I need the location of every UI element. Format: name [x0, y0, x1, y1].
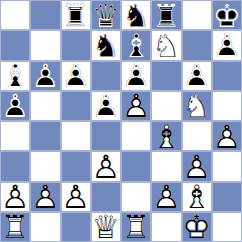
square-h5[interactable]: [212, 91, 242, 121]
piece-white-pawn[interactable]: ♟♙: [212, 121, 242, 151]
square-b5[interactable]: [30, 91, 60, 121]
square-a5[interactable]: ♟♙: [0, 91, 30, 121]
piece-white-bishop[interactable]: ♝♗: [151, 121, 181, 151]
square-c8[interactable]: ♜♖: [61, 0, 91, 30]
square-b8[interactable]: [30, 0, 60, 30]
piece-black-pawn[interactable]: ♟♙: [121, 61, 151, 91]
square-f5[interactable]: [151, 91, 181, 121]
square-b6[interactable]: ♟♙: [30, 61, 60, 91]
piece-outline: ♙: [182, 151, 212, 181]
square-a7[interactable]: [0, 30, 30, 60]
square-e1[interactable]: ♜♖: [121, 212, 151, 242]
square-c4[interactable]: [61, 121, 91, 151]
square-g6[interactable]: ♟♙: [182, 61, 212, 91]
piece-outline: ♙: [212, 30, 242, 60]
square-a8[interactable]: [0, 0, 30, 30]
piece-black-knight[interactable]: ♞♘: [121, 0, 151, 30]
square-f4[interactable]: ♝♗: [151, 121, 181, 151]
piece-outline: ♖: [121, 212, 151, 242]
square-a3[interactable]: [0, 151, 30, 181]
piece-white-pawn[interactable]: ♟♙: [91, 151, 121, 181]
piece-outline: ♙: [0, 91, 30, 121]
piece-white-pawn[interactable]: ♟♙: [61, 182, 91, 212]
piece-outline: ♙: [151, 182, 181, 212]
square-f8[interactable]: ♜♖: [151, 0, 181, 30]
square-g7[interactable]: [182, 30, 212, 60]
square-e2[interactable]: [121, 182, 151, 212]
piece-outline: ♔: [182, 212, 212, 242]
piece-white-knight[interactable]: ♞♘: [151, 30, 181, 60]
square-e8[interactable]: ♞♘: [121, 0, 151, 30]
square-c3[interactable]: [61, 151, 91, 181]
piece-black-pawn[interactable]: ♟♙: [61, 61, 91, 91]
piece-outline: ♕: [91, 212, 121, 242]
square-h4[interactable]: ♟♙: [212, 121, 242, 151]
piece-black-pawn[interactable]: ♟♙: [212, 30, 242, 60]
piece-outline: ♙: [61, 61, 91, 91]
piece-white-pawn[interactable]: ♟♙: [182, 151, 212, 181]
piece-black-bishop[interactable]: ♝♗: [0, 61, 30, 91]
piece-white-king[interactable]: ♚♔: [182, 212, 212, 242]
square-f1[interactable]: [151, 212, 181, 242]
piece-outline: ♔: [212, 0, 242, 30]
square-e5[interactable]: ♟♙: [121, 91, 151, 121]
piece-black-king[interactable]: ♚♔: [212, 0, 242, 30]
piece-outline: ♙: [121, 61, 151, 91]
square-b4[interactable]: [30, 121, 60, 151]
piece-outline: ♘: [121, 0, 151, 30]
piece-white-pawn[interactable]: ♟♙: [0, 182, 30, 212]
square-h8[interactable]: ♚♔: [212, 0, 242, 30]
piece-outline: ♘: [182, 91, 212, 121]
square-h6[interactable]: [212, 61, 242, 91]
square-f3[interactable]: [151, 151, 181, 181]
square-c6[interactable]: ♟♙: [61, 61, 91, 91]
square-h7[interactable]: ♟♙: [212, 30, 242, 60]
square-f6[interactable]: [151, 61, 181, 91]
piece-outline: ♗: [182, 182, 212, 212]
square-h3[interactable]: [212, 151, 242, 181]
square-c7[interactable]: [61, 30, 91, 60]
square-b3[interactable]: [30, 151, 60, 181]
square-h2[interactable]: [212, 182, 242, 212]
piece-outline: ♖: [151, 0, 181, 30]
piece-outline: ♕: [91, 0, 121, 30]
piece-outline: ♙: [30, 182, 60, 212]
piece-white-queen[interactable]: ♛♕: [91, 212, 121, 242]
piece-black-pawn[interactable]: ♟♙: [91, 91, 121, 121]
square-h1[interactable]: [212, 212, 242, 242]
piece-outline: ♙: [0, 182, 30, 212]
piece-black-queen[interactable]: ♛♕: [91, 0, 121, 30]
piece-outline: ♘: [151, 30, 181, 60]
piece-outline: ♖: [0, 212, 30, 242]
piece-white-pawn[interactable]: ♟♙: [30, 182, 60, 212]
square-g5[interactable]: ♞♘: [182, 91, 212, 121]
square-b1[interactable]: [30, 212, 60, 242]
piece-outline: ♙: [30, 61, 60, 91]
piece-black-rook[interactable]: ♜♖: [151, 0, 181, 30]
piece-black-knight[interactable]: ♞♘: [91, 30, 121, 60]
square-a2[interactable]: ♟♙: [0, 182, 30, 212]
square-e3[interactable]: [121, 151, 151, 181]
square-d6[interactable]: [91, 61, 121, 91]
square-d4[interactable]: [91, 121, 121, 151]
square-d1[interactable]: ♛♕: [91, 212, 121, 242]
piece-white-bishop[interactable]: ♝♗: [182, 182, 212, 212]
square-e6[interactable]: ♟♙: [121, 61, 151, 91]
piece-outline: ♙: [91, 91, 121, 121]
square-d7[interactable]: ♞♘: [91, 30, 121, 60]
square-e7[interactable]: ♝♗: [121, 30, 151, 60]
square-b7[interactable]: [30, 30, 60, 60]
piece-white-pawn[interactable]: ♟♙: [151, 182, 181, 212]
square-b2[interactable]: ♟♙: [30, 182, 60, 212]
piece-outline: ♙: [212, 121, 242, 151]
square-a4[interactable]: [0, 121, 30, 151]
piece-outline: ♙: [121, 91, 151, 121]
piece-white-rook[interactable]: ♜♖: [121, 212, 151, 242]
piece-black-rook[interactable]: ♜♖: [61, 0, 91, 30]
square-g2[interactable]: ♝♗: [182, 182, 212, 212]
square-c2[interactable]: ♟♙: [61, 182, 91, 212]
square-d3[interactable]: ♟♙: [91, 151, 121, 181]
piece-white-pawn[interactable]: ♟♙: [121, 91, 151, 121]
piece-white-rook[interactable]: ♜♖: [0, 212, 30, 242]
square-e4[interactable]: [121, 121, 151, 151]
square-d2[interactable]: [91, 182, 121, 212]
square-f7[interactable]: ♞♘: [151, 30, 181, 60]
square-g4[interactable]: [182, 121, 212, 151]
square-a6[interactable]: ♝♗: [0, 61, 30, 91]
piece-outline: ♙: [61, 182, 91, 212]
square-g1[interactable]: ♚♔: [182, 212, 212, 242]
piece-black-bishop[interactable]: ♝♗: [121, 30, 151, 60]
square-f2[interactable]: ♟♙: [151, 182, 181, 212]
square-g8[interactable]: [182, 0, 212, 30]
piece-black-pawn[interactable]: ♟♙: [30, 61, 60, 91]
piece-black-pawn[interactable]: ♟♙: [182, 61, 212, 91]
square-d8[interactable]: ♛♕: [91, 0, 121, 30]
piece-white-knight[interactable]: ♞♘: [182, 91, 212, 121]
piece-outline: ♗: [0, 61, 30, 91]
square-g3[interactable]: ♟♙: [182, 151, 212, 181]
square-c1[interactable]: [61, 212, 91, 242]
piece-outline: ♘: [91, 30, 121, 60]
piece-outline: ♗: [151, 121, 181, 151]
piece-outline: ♙: [182, 61, 212, 91]
square-d5[interactable]: ♟♙: [91, 91, 121, 121]
piece-outline: ♙: [91, 151, 121, 181]
piece-outline: ♗: [121, 30, 151, 60]
chess-board: ♜♖♛♕♞♘♜♖♚♔♞♘♝♗♞♘♟♙♝♗♟♙♟♙♟♙♟♙♟♙♟♙♟♙♞♘♝♗♟♙…: [0, 0, 242, 242]
square-a1[interactable]: ♜♖: [0, 212, 30, 242]
square-c5[interactable]: [61, 91, 91, 121]
piece-black-pawn[interactable]: ♟♙: [0, 91, 30, 121]
piece-outline: ♖: [61, 0, 91, 30]
